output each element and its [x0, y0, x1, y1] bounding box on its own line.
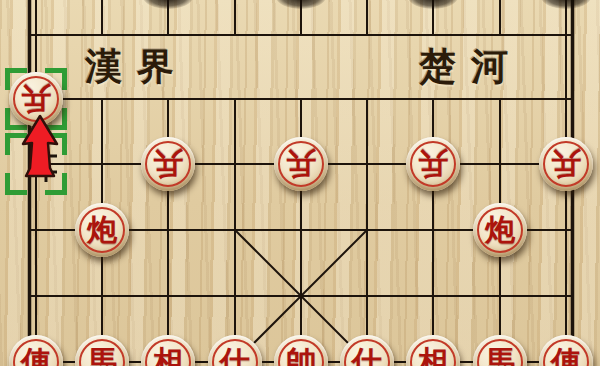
piece-glyph: 兵	[141, 137, 195, 191]
piece-red-elephant[interactable]: 相	[406, 335, 460, 366]
piece-red-chariot[interactable]: 俥	[9, 335, 63, 366]
piece-glyph: 兵	[406, 137, 460, 191]
piece-glyph: 仕	[208, 335, 262, 366]
piece-glyph: 炮	[473, 203, 527, 257]
piece-glyph: 俥	[539, 335, 593, 366]
piece-red-soldier[interactable]: 兵	[539, 137, 593, 191]
piece-glyph: 俥	[9, 335, 63, 366]
move-arrow-icon	[18, 110, 62, 182]
piece-red-soldier[interactable]: 兵	[141, 137, 195, 191]
piece-glyph: 相	[141, 335, 195, 366]
piece-red-horse[interactable]: 馬	[473, 335, 527, 366]
piece-red-cannon[interactable]: 炮	[75, 203, 129, 257]
piece-glyph: 相	[406, 335, 460, 366]
piece-glyph: 兵	[274, 137, 328, 191]
piece-glyph: 仕	[340, 335, 394, 366]
piece-glyph: 馬	[473, 335, 527, 366]
piece-red-cannon[interactable]: 炮	[473, 203, 527, 257]
piece-red-horse[interactable]: 馬	[75, 335, 129, 366]
piece-glyph: 炮	[75, 203, 129, 257]
piece-red-soldier[interactable]: 兵	[274, 137, 328, 191]
river-label-chu-river: 楚河	[419, 46, 523, 86]
piece-red-chariot[interactable]: 俥	[539, 335, 593, 366]
piece-glyph: 帥	[274, 335, 328, 366]
piece-glyph: 馬	[75, 335, 129, 366]
piece-red-general[interactable]: 帥	[274, 335, 328, 366]
piece-red-elephant[interactable]: 相	[141, 335, 195, 366]
piece-red-advisor[interactable]: 仕	[340, 335, 394, 366]
piece-red-soldier[interactable]: 兵	[406, 137, 460, 191]
xiangqi-board: 漢界 楚河 俥馬相仕帥仕相馬俥炮炮兵兵兵兵兵	[0, 0, 600, 366]
river-label-han-boundary: 漢界	[85, 46, 189, 86]
piece-glyph: 兵	[539, 137, 593, 191]
piece-red-advisor[interactable]: 仕	[208, 335, 262, 366]
